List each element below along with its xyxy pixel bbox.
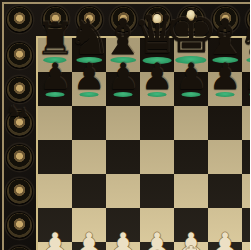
square-f6: [208, 106, 242, 140]
square-f4: [208, 174, 242, 208]
border-medallion: [6, 178, 33, 205]
square-a5: [38, 140, 72, 174]
square-b4: [72, 174, 106, 208]
square-a7: [38, 72, 72, 106]
square-b3: [72, 208, 106, 242]
square-e5: [174, 140, 208, 174]
square-f7: [208, 72, 242, 106]
chess-set-product-photo: ♜♞♝♛♚♝♞♜♟♟♟♟♟♟♟♟♟♟♟♟♟♟♟♟♜♞♝♛♚♝♞♜♞♟: [0, 0, 250, 250]
square-a3: [38, 208, 72, 242]
square-a6: [38, 106, 72, 140]
square-e7: [174, 72, 208, 106]
border-medallion: [246, 6, 251, 33]
square-c8: [106, 38, 140, 72]
border-medallion: [6, 42, 33, 69]
square-g6: [242, 106, 250, 140]
square-b6: [72, 106, 106, 140]
square-d3: [140, 208, 174, 242]
square-f2: [208, 242, 242, 250]
square-f8: [208, 38, 242, 72]
border-medallion: [42, 6, 69, 33]
square-a2: [38, 242, 72, 250]
square-g7: [242, 72, 250, 106]
border-medallion: [6, 246, 33, 250]
border-medallion: [76, 6, 103, 33]
square-f3: [208, 208, 242, 242]
border-medallion: [6, 6, 33, 33]
square-e6: [174, 106, 208, 140]
square-a4: [38, 174, 72, 208]
square-g8: [242, 38, 250, 72]
square-b5: [72, 140, 106, 174]
square-c4: [106, 174, 140, 208]
square-d4: [140, 174, 174, 208]
border-medallion: [6, 212, 33, 239]
square-e3: [174, 208, 208, 242]
square-b7: [72, 72, 106, 106]
square-c7: [106, 72, 140, 106]
border-medallion: [6, 110, 33, 137]
square-d7: [140, 72, 174, 106]
square-c2: [106, 242, 140, 250]
square-e4: [174, 174, 208, 208]
square-g4: [242, 174, 250, 208]
square-b8: [72, 38, 106, 72]
square-d6: [140, 106, 174, 140]
border-medallion: [212, 6, 239, 33]
square-c5: [106, 140, 140, 174]
square-b2: [72, 242, 106, 250]
board-grid: [38, 38, 250, 250]
square-e8: [174, 38, 208, 72]
border-medallion: [6, 144, 33, 171]
border-medallion: [178, 6, 205, 33]
square-f5: [208, 140, 242, 174]
square-g2: [242, 242, 250, 250]
border-medallion: [110, 6, 137, 33]
square-g3: [242, 208, 250, 242]
square-g5: [242, 140, 250, 174]
border-medallion: [6, 76, 33, 103]
chess-board: [0, 0, 250, 250]
square-c3: [106, 208, 140, 242]
square-d8: [140, 38, 174, 72]
square-d2: [140, 242, 174, 250]
square-c6: [106, 106, 140, 140]
square-a8: [38, 38, 72, 72]
border-medallion: [144, 6, 171, 33]
square-d5: [140, 140, 174, 174]
square-e2: [174, 242, 208, 250]
